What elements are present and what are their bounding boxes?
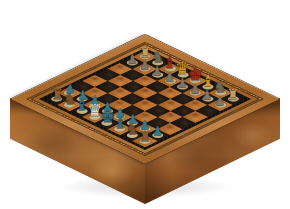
piece-black-pawn[interactable]: ♟ bbox=[202, 89, 213, 101]
piece-white-knight[interactable]: ♞ bbox=[126, 122, 139, 137]
chess-set-photo: ♜♞♝♛♚♝♞♜♟♟♟♟♟♟♟♟♟♟♟♟♟♟♟♟♜♞♝♛♚♝♞♜ bbox=[0, 0, 290, 209]
piece-black-pawn[interactable]: ♟ bbox=[177, 77, 188, 89]
piece-black-pawn[interactable]: ♟ bbox=[215, 95, 226, 107]
piece-black-rook[interactable]: ♜ bbox=[139, 45, 152, 59]
piece-black-pawn[interactable]: ♟ bbox=[165, 71, 176, 83]
piece-black-pawn[interactable]: ♟ bbox=[127, 53, 138, 65]
piece-white-rook[interactable]: ♜ bbox=[51, 87, 64, 101]
piece-black-pawn[interactable]: ♟ bbox=[152, 65, 163, 77]
piece-black-rook[interactable]: ♜ bbox=[227, 87, 240, 101]
piece-white-pawn[interactable]: ♟ bbox=[152, 125, 163, 137]
piece-black-pawn[interactable]: ♟ bbox=[190, 83, 201, 95]
piece-white-rook[interactable]: ♜ bbox=[139, 129, 152, 143]
piece-black-pawn[interactable]: ♟ bbox=[140, 59, 151, 71]
